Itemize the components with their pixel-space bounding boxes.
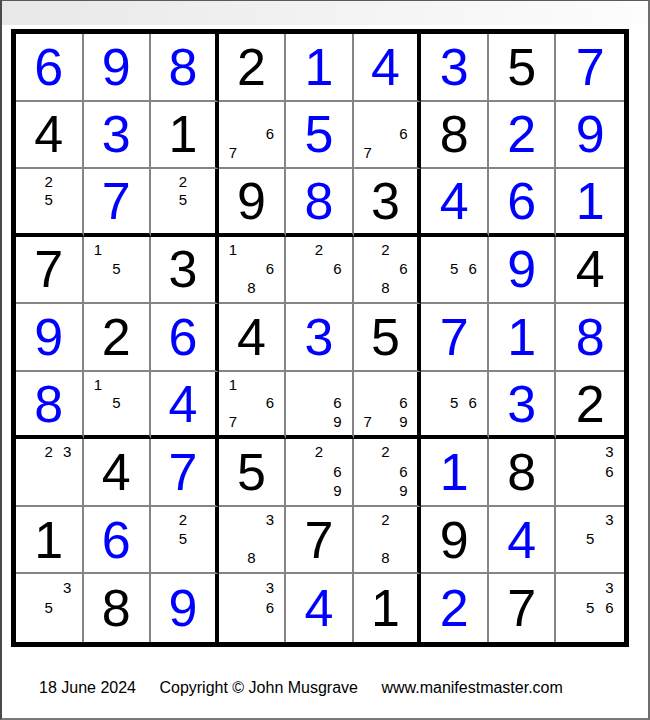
entered-digit: 1	[489, 304, 555, 370]
cell-r7c8[interactable]: 8	[489, 439, 557, 507]
cell-r4c4[interactable]: 168	[219, 237, 287, 305]
pencil-marks: 36	[556, 439, 624, 505]
entered-digit: 2	[421, 574, 487, 642]
entered-digit: 7	[556, 34, 624, 100]
given-digit: 8	[489, 439, 555, 505]
cell-r3c3[interactable]: 25	[151, 169, 219, 237]
cell-r4c9[interactable]: 4	[556, 237, 624, 305]
candidate-digit: 8	[377, 548, 395, 567]
cell-r4c6[interactable]: 268	[354, 237, 422, 305]
candidate-digit: 8	[242, 278, 261, 297]
entered-digit: 1	[556, 169, 624, 233]
entered-digit: 7	[421, 304, 487, 370]
cell-r5c9[interactable]: 8	[556, 304, 624, 372]
entered-digit: 9	[16, 304, 82, 370]
cell-r5c8[interactable]: 1	[489, 304, 557, 372]
candidate-digit: 7	[224, 143, 243, 162]
footer-date: 18 June 2024	[39, 679, 136, 696]
cell-r9c1[interactable]: 35	[16, 574, 84, 642]
candidate-digit: 1	[224, 240, 243, 259]
given-digit: 9	[219, 169, 285, 233]
cell-r8c8[interactable]: 4	[489, 507, 557, 575]
given-digit: 8	[421, 102, 487, 168]
cell-r7c6[interactable]: 269	[354, 439, 422, 507]
cell-r1c1[interactable]: 6	[16, 34, 84, 102]
cell-r9c5[interactable]: 4	[286, 574, 354, 642]
pencil-marks: 168	[219, 237, 285, 303]
cell-r6c3[interactable]: 4	[151, 372, 219, 440]
cell-r5c3[interactable]: 6	[151, 304, 219, 372]
cell-r9c9[interactable]: 356	[556, 574, 624, 642]
pencil-marks: 356	[556, 574, 624, 642]
cell-r3c2[interactable]: 7	[84, 169, 152, 237]
pencil-marks: 25	[151, 169, 215, 233]
pencil-marks: 67	[219, 102, 285, 168]
cell-r5c2[interactable]: 2	[84, 304, 152, 372]
candidate-digit: 2	[377, 510, 395, 529]
cell-r2c7[interactable]: 8	[421, 102, 489, 170]
candidate-digit: 5	[40, 597, 59, 617]
candidate-digit: 2	[310, 442, 329, 461]
cell-r2c5[interactable]: 5	[286, 102, 354, 170]
candidate-digit: 7	[359, 143, 377, 162]
given-digit: 2	[84, 304, 150, 370]
candidate-digit: 5	[445, 393, 464, 412]
cell-r7c3[interactable]: 7	[151, 439, 219, 507]
candidate-digit: 6	[394, 462, 412, 481]
pencil-marks: 69	[286, 372, 352, 436]
candidate-digit: 3	[600, 442, 619, 461]
candidate-digit: 6	[261, 393, 280, 412]
candidate-digit: 5	[445, 259, 464, 278]
candidate-digit: 3	[261, 510, 280, 529]
candidate-digit: 6	[394, 259, 412, 278]
cell-r5c5[interactable]: 3	[286, 304, 354, 372]
cell-r4c5[interactable]: 26	[286, 237, 354, 305]
cell-r2c6[interactable]: 67	[354, 102, 422, 170]
candidate-digit: 5	[174, 191, 192, 210]
candidate-digit: 6	[394, 393, 412, 412]
cell-r5c1[interactable]: 9	[16, 304, 84, 372]
pencil-marks: 167	[219, 372, 285, 436]
entered-digit: 6	[151, 304, 215, 370]
given-digit: 5	[489, 34, 555, 100]
candidate-digit: 9	[328, 412, 347, 431]
entered-digit: 4	[151, 372, 215, 436]
pencil-marks: 268	[354, 237, 418, 303]
candidate-digit: 6	[600, 462, 619, 481]
candidate-digit: 9	[328, 481, 347, 500]
cell-r5c4[interactable]: 4	[219, 304, 287, 372]
pencil-marks: 15	[84, 372, 150, 436]
candidate-digit: 1	[89, 375, 108, 394]
candidate-digit: 9	[394, 481, 412, 500]
candidate-digit: 2	[377, 240, 395, 259]
pencil-marks: 269	[286, 439, 352, 505]
given-digit: 4	[556, 237, 624, 303]
cell-r1c4[interactable]: 2	[219, 34, 287, 102]
given-digit: 9	[421, 507, 487, 573]
entered-digit: 8	[151, 34, 215, 100]
given-digit: 7	[286, 507, 352, 573]
given-digit: 1	[16, 507, 82, 573]
sudoku-board: 6982143574316756782925725983461715316826…	[11, 29, 629, 647]
candidate-digit: 6	[328, 462, 347, 481]
entered-digit: 4	[421, 169, 487, 233]
pencil-marks: 36	[219, 574, 285, 642]
given-digit: 5	[219, 439, 285, 505]
cell-r9c8[interactable]: 7	[489, 574, 557, 642]
cell-r6c2[interactable]: 15	[84, 372, 152, 440]
cell-r7c7[interactable]: 1	[421, 439, 489, 507]
cell-r8c9[interactable]: 35	[556, 507, 624, 575]
cell-r6c1[interactable]: 8	[16, 372, 84, 440]
candidate-digit: 2	[174, 510, 192, 529]
cell-r6c8[interactable]: 3	[489, 372, 557, 440]
cell-r6c5[interactable]: 69	[286, 372, 354, 440]
entered-digit: 9	[489, 237, 555, 303]
cell-r2c3[interactable]: 1	[151, 102, 219, 170]
cell-r5c6[interactable]: 5	[354, 304, 422, 372]
pencil-marks: 56	[421, 372, 487, 436]
cell-r2c1[interactable]: 4	[16, 102, 84, 170]
given-digit: 1	[354, 574, 418, 642]
candidate-digit: 5	[581, 529, 600, 548]
candidate-digit: 2	[40, 442, 59, 461]
cell-r9c2[interactable]: 8	[84, 574, 152, 642]
cell-r3c5[interactable]: 8	[286, 169, 354, 237]
pencil-marks: 28	[354, 507, 418, 573]
entered-digit: 1	[421, 439, 487, 505]
cell-r3c1[interactable]: 25	[16, 169, 84, 237]
cell-r9c7[interactable]: 2	[421, 574, 489, 642]
footer-copyright: Copyright © John Musgrave	[159, 679, 358, 696]
cell-r8c4[interactable]: 38	[219, 507, 287, 575]
candidate-digit: 3	[600, 577, 619, 597]
candidate-digit: 6	[328, 393, 347, 412]
given-digit: 1	[151, 102, 215, 168]
entered-digit: 5	[286, 102, 352, 168]
pencil-marks: 679	[354, 372, 418, 436]
cell-r2c4[interactable]: 67	[219, 102, 287, 170]
candidate-digit: 2	[40, 172, 59, 191]
entered-digit: 6	[84, 507, 150, 573]
candidate-digit: 2	[310, 240, 329, 259]
candidate-digit: 2	[377, 442, 395, 461]
cell-r3c9[interactable]: 1	[556, 169, 624, 237]
cell-r7c1[interactable]: 23	[16, 439, 84, 507]
entered-digit: 2	[489, 102, 555, 168]
cell-r6c6[interactable]: 679	[354, 372, 422, 440]
candidate-digit: 6	[261, 597, 280, 617]
app-window: 6982143574316756782925725983461715316826…	[0, 0, 650, 720]
entered-digit: 8	[556, 304, 624, 370]
cell-r9c3[interactable]: 9	[151, 574, 219, 642]
cell-r7c2[interactable]: 4	[84, 439, 152, 507]
cell-r9c4[interactable]: 36	[219, 574, 287, 642]
cell-r4c3[interactable]: 3	[151, 237, 219, 305]
candidate-digit: 5	[40, 191, 59, 210]
given-digit: 4	[84, 439, 150, 505]
entered-digit: 3	[421, 34, 487, 100]
cell-r3c8[interactable]: 6	[489, 169, 557, 237]
entered-digit: 4	[354, 34, 418, 100]
entered-digit: 8	[16, 372, 82, 436]
candidate-digit: 5	[581, 597, 600, 617]
entered-digit: 8	[286, 169, 352, 233]
pencil-marks: 35	[16, 574, 82, 642]
cell-r8c2[interactable]: 6	[84, 507, 152, 575]
candidate-digit: 6	[261, 124, 280, 143]
pencil-marks: 35	[556, 507, 624, 573]
entered-digit: 3	[489, 372, 555, 436]
candidate-digit: 3	[58, 577, 77, 597]
cell-r8c1[interactable]: 1	[16, 507, 84, 575]
cell-r7c5[interactable]: 269	[286, 439, 354, 507]
entered-digit: 1	[286, 34, 352, 100]
cell-r1c2[interactable]: 9	[84, 34, 152, 102]
cell-r1c5[interactable]: 1	[286, 34, 354, 102]
entered-digit: 4	[489, 507, 555, 573]
candidate-digit: 5	[107, 393, 126, 412]
candidate-digit: 6	[394, 124, 412, 143]
title-bar	[2, 1, 648, 25]
cell-r9c6[interactable]: 1	[354, 574, 422, 642]
cell-r6c9[interactable]: 2	[556, 372, 624, 440]
candidate-digit: 3	[58, 442, 77, 461]
cell-r8c7[interactable]: 9	[421, 507, 489, 575]
given-digit: 5	[354, 304, 418, 370]
footer-website: www.manifestmaster.com	[381, 679, 562, 696]
cell-r1c8[interactable]: 5	[489, 34, 557, 102]
candidate-digit: 5	[174, 529, 192, 548]
cell-r2c8[interactable]: 2	[489, 102, 557, 170]
pencil-marks: 56	[421, 237, 487, 303]
given-digit: 2	[219, 34, 285, 100]
entered-digit: 3	[286, 304, 352, 370]
cell-r3c6[interactable]: 3	[354, 169, 422, 237]
candidate-digit: 7	[224, 412, 243, 431]
footer: 18 June 2024 Copyright © John Musgrave w…	[39, 679, 563, 697]
entered-digit: 9	[556, 102, 624, 168]
cell-r2c2[interactable]: 3	[84, 102, 152, 170]
pencil-marks: 26	[286, 237, 352, 303]
cell-r7c4[interactable]: 5	[219, 439, 287, 507]
pencil-marks: 67	[354, 102, 418, 168]
cell-r1c9[interactable]: 7	[556, 34, 624, 102]
cell-r1c7[interactable]: 3	[421, 34, 489, 102]
pencil-marks: 38	[219, 507, 285, 573]
candidate-digit: 1	[89, 240, 108, 259]
candidate-digit: 9	[394, 412, 412, 431]
given-digit: 8	[84, 574, 150, 642]
cell-r3c4[interactable]: 9	[219, 169, 287, 237]
candidate-digit: 8	[377, 278, 395, 297]
cell-r4c1[interactable]: 7	[16, 237, 84, 305]
cell-r6c4[interactable]: 167	[219, 372, 287, 440]
given-digit: 3	[354, 169, 418, 233]
given-digit: 7	[489, 574, 555, 642]
candidate-digit: 8	[242, 548, 261, 567]
cell-r8c5[interactable]: 7	[286, 507, 354, 575]
candidate-digit: 6	[261, 259, 280, 278]
pencil-marks: 25	[16, 169, 82, 233]
pencil-marks: 23	[16, 439, 82, 505]
cell-r8c6[interactable]: 28	[354, 507, 422, 575]
entered-digit: 3	[84, 102, 150, 168]
candidate-digit: 7	[359, 412, 377, 431]
candidate-digit: 6	[328, 259, 347, 278]
given-digit: 3	[151, 237, 215, 303]
candidate-digit: 3	[261, 577, 280, 597]
cell-r1c3[interactable]: 8	[151, 34, 219, 102]
given-digit: 7	[16, 237, 82, 303]
pencil-marks: 15	[84, 237, 150, 303]
candidate-digit: 6	[463, 259, 482, 278]
candidate-digit: 1	[224, 375, 243, 394]
entered-digit: 7	[151, 439, 215, 505]
cell-r2c9[interactable]: 9	[556, 102, 624, 170]
cell-r4c7[interactable]: 56	[421, 237, 489, 305]
cell-r4c2[interactable]: 15	[84, 237, 152, 305]
cell-r1c6[interactable]: 4	[354, 34, 422, 102]
candidate-digit: 6	[600, 597, 619, 617]
candidate-digit: 2	[174, 172, 192, 191]
cell-r6c7[interactable]: 56	[421, 372, 489, 440]
pencil-marks: 25	[151, 507, 215, 573]
given-digit: 2	[556, 372, 624, 436]
cell-r5c7[interactable]: 7	[421, 304, 489, 372]
cell-r3c7[interactable]: 4	[421, 169, 489, 237]
entered-digit: 9	[84, 34, 150, 100]
candidate-digit: 6	[463, 393, 482, 412]
given-digit: 4	[219, 304, 285, 370]
cell-r7c9[interactable]: 36	[556, 439, 624, 507]
entered-digit: 4	[286, 574, 352, 642]
cell-r8c3[interactable]: 25	[151, 507, 219, 575]
entered-digit: 7	[84, 169, 150, 233]
given-digit: 4	[16, 102, 82, 168]
candidate-digit: 3	[600, 510, 619, 529]
entered-digit: 6	[489, 169, 555, 233]
candidate-digit: 5	[107, 259, 126, 278]
pencil-marks: 269	[354, 439, 418, 505]
entered-digit: 6	[16, 34, 82, 100]
cell-r4c8[interactable]: 9	[489, 237, 557, 305]
entered-digit: 9	[151, 574, 215, 642]
